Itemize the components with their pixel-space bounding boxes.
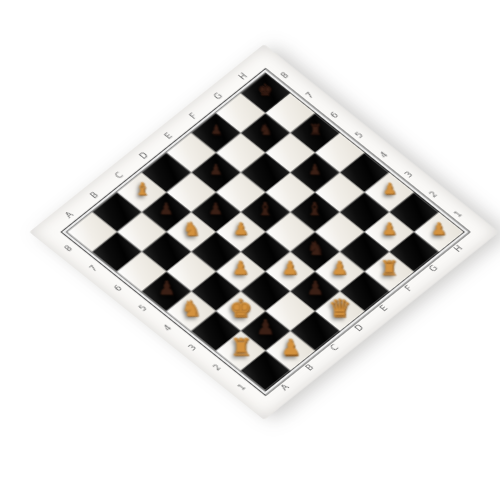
vinyl-roll-up-mat: ♝♟♚♟♟♞♞♟♜♟♟♝♟♞♟♝♚♟♞♟♜♟♟♟♟♟♛♜♟ AA88BB77CC… — [29, 44, 499, 420]
piece-black-rook-h6: ♜ — [308, 123, 321, 138]
piece-black-knight-e3: ♞ — [306, 239, 324, 259]
piece-black-pawn-g5: ♟ — [308, 162, 321, 177]
piece-black-knight-g7: ♞ — [259, 123, 272, 138]
piece-white-pawn-d5: ♟ — [233, 221, 248, 238]
piece-white-rook-f1: ♜ — [380, 258, 398, 279]
piece-white-pawn-b1: ♟ — [280, 337, 300, 359]
piece-black-pawn-d2: ♟ — [306, 279, 323, 298]
piece-black-pawn-b2: ♟ — [256, 317, 275, 338]
piece-white-pawn-h1: ♟ — [431, 221, 446, 238]
piece-white-pawn-c4: ♟ — [232, 259, 249, 278]
piece-white-queen-d1: ♛ — [328, 296, 351, 321]
piece-white-bishop-c8: ♝ — [134, 181, 150, 198]
piece-white-pawn-e2: ♟ — [331, 259, 348, 278]
piece-black-pawn-c7: ♟ — [159, 201, 174, 217]
piece-black-king-h8: ♚ — [258, 82, 273, 98]
piece-white-pawn-h3: ♟ — [382, 182, 396, 197]
piece-white-rook-a2: ♜ — [230, 336, 251, 360]
piece-white-king-b3: ♚ — [229, 296, 252, 321]
chessboard-product-photo: ♝♟♚♟♟♞♞♟♜♟♟♝♟♞♟♝♚♟♞♟♜♟♟♟♟♟♛♜♟ AA88BB77CC… — [0, 0, 500, 500]
piece-white-pawn-d3: ♟ — [282, 259, 299, 278]
piece-black-bishop-e5: ♝ — [257, 200, 273, 218]
piece-white-knight-c6: ♞ — [183, 220, 200, 239]
piece-black-pawn-e7: ♟ — [209, 162, 222, 177]
piece-black-bishop-f4: ♝ — [307, 200, 323, 218]
piece-black-pawn-d6: ♟ — [209, 201, 224, 217]
vinyl-mat-tilt-wrapper: ♝♟♚♟♟♞♞♟♜♟♟♝♟♞♟♝♚♟♞♟♜♟♟♟♟♟♛♜♟ AA88BB77CC… — [29, 44, 499, 420]
piece-white-knight-a4: ♞ — [181, 297, 201, 319]
piece-black-pawn-f8: ♟ — [210, 124, 222, 137]
chess-board-grid: ♝♟♚♟♟♞♞♟♜♟♟♝♟♞♟♝♚♟♞♟♜♟♟♟♟♟♛♜♟ — [66, 72, 465, 391]
piece-black-pawn-a5: ♟ — [158, 279, 175, 298]
piece-white-pawn-g2: ♟ — [382, 221, 397, 238]
